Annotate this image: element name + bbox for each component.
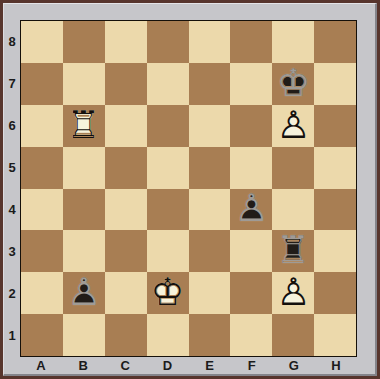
square-a5[interactable] <box>21 147 63 189</box>
piece-glyph-fill: ♟ <box>272 271 314 313</box>
square-a3[interactable] <box>21 230 63 272</box>
piece-glyph-outline: ♙ <box>272 104 314 146</box>
square-b5[interactable] <box>63 147 105 189</box>
square-d6[interactable] <box>147 105 189 147</box>
piece-glyph-outline: ♖ <box>63 104 105 146</box>
square-e7[interactable] <box>189 63 231 105</box>
piece-black-rook-g3[interactable]: ♜♖ <box>272 230 314 272</box>
square-e5[interactable] <box>189 147 231 189</box>
square-a2[interactable] <box>21 272 63 314</box>
square-a6[interactable] <box>21 105 63 147</box>
square-e1[interactable] <box>189 314 231 356</box>
rank-label-7: 7 <box>4 62 20 104</box>
square-f2[interactable] <box>230 272 272 314</box>
file-label-e: E <box>189 357 231 374</box>
piece-white-pawn-g2[interactable]: ♟♙ <box>272 272 314 314</box>
square-g5[interactable] <box>272 147 314 189</box>
square-e3[interactable] <box>189 230 231 272</box>
square-h1[interactable] <box>314 314 356 356</box>
square-a8[interactable] <box>21 21 63 63</box>
square-c7[interactable] <box>105 63 147 105</box>
square-f1[interactable] <box>230 314 272 356</box>
file-label-h: H <box>315 357 357 374</box>
square-d2[interactable]: ♚♔ <box>147 272 189 314</box>
rank-label-1: 1 <box>4 315 20 357</box>
square-f3[interactable] <box>230 230 272 272</box>
square-c1[interactable] <box>105 314 147 356</box>
square-g8[interactable] <box>272 21 314 63</box>
square-d5[interactable] <box>147 147 189 189</box>
square-c5[interactable] <box>105 147 147 189</box>
file-label-d: D <box>146 357 188 374</box>
piece-glyph-fill: ♟ <box>272 104 314 146</box>
piece-black-pawn-b2[interactable]: ♟♙ <box>63 272 105 314</box>
rank-label-6: 6 <box>4 104 20 146</box>
square-h5[interactable] <box>314 147 356 189</box>
square-d8[interactable] <box>147 21 189 63</box>
board: ♚♔♜♖♟♙♟♙♜♖♟♙♚♔♟♙ <box>20 20 357 357</box>
square-f8[interactable] <box>230 21 272 63</box>
square-b3[interactable] <box>63 230 105 272</box>
square-f6[interactable] <box>230 105 272 147</box>
square-c4[interactable] <box>105 189 147 231</box>
square-b7[interactable] <box>63 63 105 105</box>
piece-white-pawn-g6[interactable]: ♟♙ <box>272 105 314 147</box>
rank-label-2: 2 <box>4 273 20 315</box>
square-b4[interactable] <box>63 189 105 231</box>
square-g2[interactable]: ♟♙ <box>272 272 314 314</box>
square-h2[interactable] <box>314 272 356 314</box>
board-panel: 87654321 ♚♔♜♖♟♙♟♙♜♖♟♙♚♔♟♙ ABCDEFGH <box>3 3 377 376</box>
square-c3[interactable] <box>105 230 147 272</box>
square-b2[interactable]: ♟♙ <box>63 272 105 314</box>
square-a4[interactable] <box>21 189 63 231</box>
square-d3[interactable] <box>147 230 189 272</box>
square-e6[interactable] <box>189 105 231 147</box>
piece-black-king-g7[interactable]: ♚♔ <box>272 63 314 105</box>
square-e4[interactable] <box>189 189 231 231</box>
square-h8[interactable] <box>314 21 356 63</box>
square-h4[interactable] <box>314 189 356 231</box>
square-f5[interactable] <box>230 147 272 189</box>
square-e2[interactable] <box>189 272 231 314</box>
piece-glyph-outline: ♔ <box>272 62 314 104</box>
square-g6[interactable]: ♟♙ <box>272 105 314 147</box>
square-g1[interactable] <box>272 314 314 356</box>
square-a1[interactable] <box>21 314 63 356</box>
rank-label-5: 5 <box>4 146 20 188</box>
square-b8[interactable] <box>63 21 105 63</box>
rank-label-8: 8 <box>4 20 20 62</box>
square-b6[interactable]: ♜♖ <box>63 105 105 147</box>
square-e8[interactable] <box>189 21 231 63</box>
file-label-g: G <box>273 357 315 374</box>
square-g4[interactable] <box>272 189 314 231</box>
piece-glyph-fill: ♚ <box>272 62 314 104</box>
piece-glyph-fill: ♟ <box>63 271 105 313</box>
piece-glyph-outline: ♙ <box>63 271 105 313</box>
square-d4[interactable] <box>147 189 189 231</box>
square-f7[interactable] <box>230 63 272 105</box>
square-h7[interactable] <box>314 63 356 105</box>
square-h6[interactable] <box>314 105 356 147</box>
file-label-c: C <box>104 357 146 374</box>
piece-glyph-outline: ♖ <box>272 229 314 271</box>
rank-label-3: 3 <box>4 231 20 273</box>
square-a7[interactable] <box>21 63 63 105</box>
rank-label-4: 4 <box>4 189 20 231</box>
piece-glyph-outline: ♙ <box>272 271 314 313</box>
file-labels: ABCDEFGH <box>20 357 357 374</box>
piece-glyph-fill: ♟ <box>230 188 272 230</box>
square-d1[interactable] <box>147 314 189 356</box>
file-label-a: A <box>20 357 62 374</box>
piece-glyph-outline: ♔ <box>147 271 189 313</box>
square-c2[interactable] <box>105 272 147 314</box>
piece-black-pawn-f4[interactable]: ♟♙ <box>230 189 272 231</box>
board-frame: 87654321 ♚♔♜♖♟♙♟♙♜♖♟♙♚♔♟♙ ABCDEFGH <box>0 0 380 379</box>
piece-white-rook-b6[interactable]: ♜♖ <box>63 105 105 147</box>
square-f4[interactable]: ♟♙ <box>230 189 272 231</box>
file-label-b: B <box>62 357 104 374</box>
rank-labels: 87654321 <box>4 20 20 357</box>
square-b1[interactable] <box>63 314 105 356</box>
square-h3[interactable] <box>314 230 356 272</box>
piece-white-king-d2[interactable]: ♚♔ <box>147 272 189 314</box>
piece-glyph-fill: ♜ <box>63 104 105 146</box>
square-c8[interactable] <box>105 21 147 63</box>
piece-glyph-fill: ♚ <box>147 271 189 313</box>
square-g7[interactable]: ♚♔ <box>272 63 314 105</box>
square-c6[interactable] <box>105 105 147 147</box>
file-label-f: F <box>231 357 273 374</box>
square-g3[interactable]: ♜♖ <box>272 230 314 272</box>
piece-glyph-fill: ♜ <box>272 229 314 271</box>
square-d7[interactable] <box>147 63 189 105</box>
piece-glyph-outline: ♙ <box>230 188 272 230</box>
